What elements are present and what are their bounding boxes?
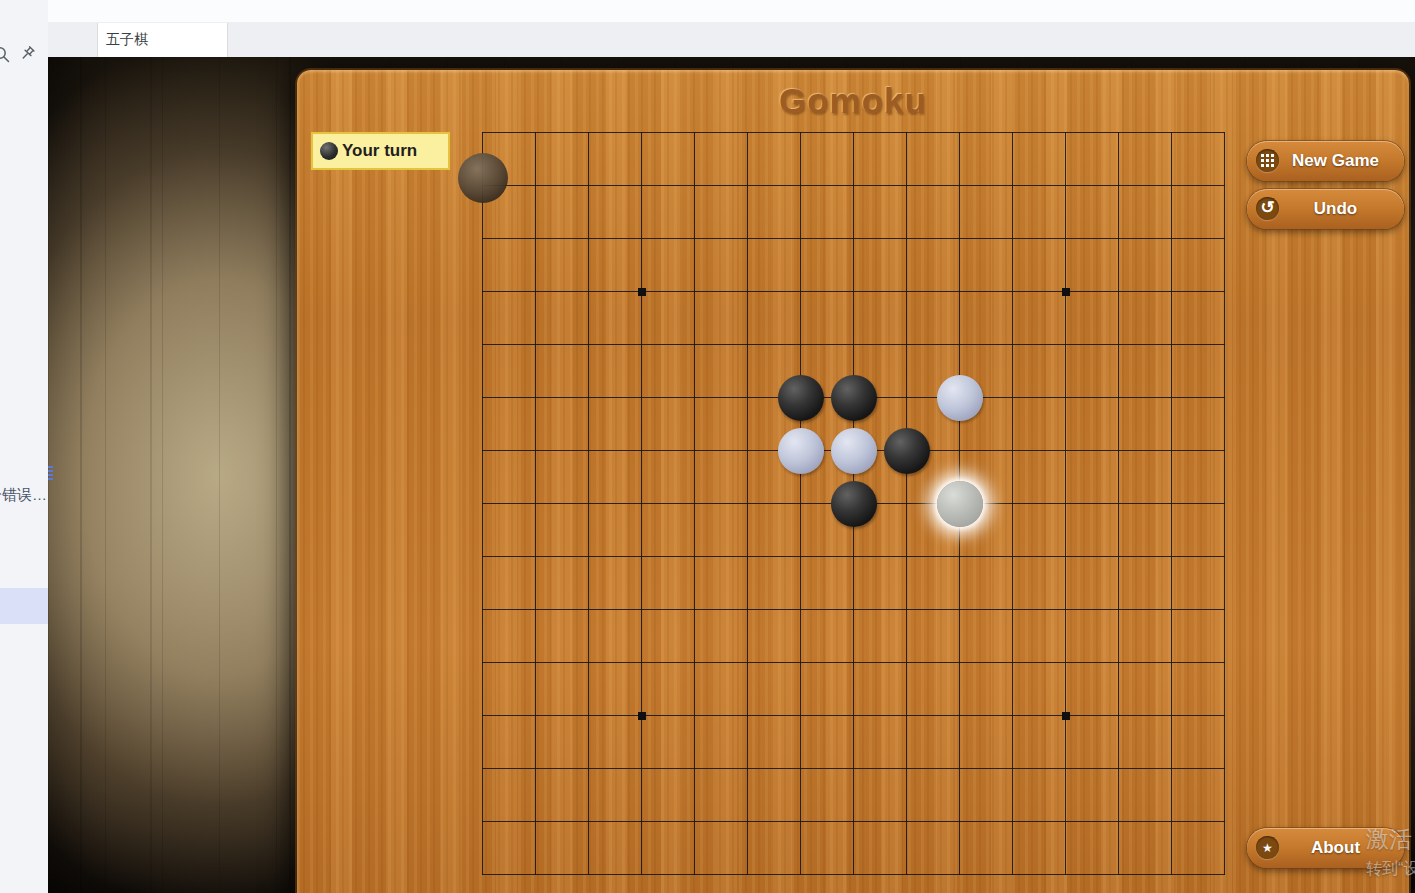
intersection-6-7[interactable]	[774, 477, 827, 530]
intersection-12-6[interactable]	[1092, 424, 1145, 477]
intersection-7-11[interactable]	[827, 689, 880, 742]
intersection-4-13[interactable]	[668, 795, 721, 848]
sidebar: 个错误…	[0, 0, 48, 893]
intersection-10-4[interactable]	[986, 318, 1039, 371]
intersection-14-9[interactable]	[1198, 583, 1251, 636]
intersection-11-9[interactable]	[1039, 583, 1092, 636]
intersection-8-7[interactable]	[880, 477, 933, 530]
intersection-5-14[interactable]	[721, 848, 774, 893]
intersection-0-8[interactable]	[456, 530, 509, 583]
white-stone	[778, 428, 824, 474]
intersection-3-11[interactable]	[615, 689, 668, 742]
intersection-5-7[interactable]	[721, 477, 774, 530]
intersection-7-10[interactable]	[827, 636, 880, 689]
intersection-9-7[interactable]	[933, 477, 986, 530]
undo-button[interactable]: ↺ Undo	[1247, 189, 1404, 229]
intersection-8-6[interactable]	[880, 424, 933, 477]
intersection-1-5[interactable]	[509, 371, 562, 424]
intersection-13-14[interactable]	[1145, 848, 1198, 893]
intersection-7-7[interactable]	[827, 477, 880, 530]
intersection-13-10[interactable]	[1145, 636, 1198, 689]
new-game-label: New Game	[1292, 151, 1379, 171]
intersection-5-8[interactable]	[721, 530, 774, 583]
intersection-6-2[interactable]	[774, 212, 827, 265]
intersection-6-1[interactable]	[774, 159, 827, 212]
intersection-3-3[interactable]	[615, 265, 668, 318]
intersection-7-8[interactable]	[827, 530, 880, 583]
star-icon: ★	[1256, 836, 1279, 859]
intersection-9-14[interactable]	[933, 848, 986, 893]
intersection-5-10[interactable]	[721, 636, 774, 689]
intersection-8-12[interactable]	[880, 742, 933, 795]
intersection-12-1[interactable]	[1092, 159, 1145, 212]
intersection-13-12[interactable]	[1145, 742, 1198, 795]
intersection-10-5[interactable]	[986, 371, 1039, 424]
black-stone	[884, 428, 930, 474]
tab-gomoku[interactable]: 五子棋	[97, 23, 228, 57]
intersection-3-1[interactable]	[615, 159, 668, 212]
intersection-9-12[interactable]	[933, 742, 986, 795]
intersection-0-11[interactable]	[456, 689, 509, 742]
intersection-3-12[interactable]	[615, 742, 668, 795]
intersection-5-3[interactable]	[721, 265, 774, 318]
intersection-7-12[interactable]	[827, 742, 880, 795]
star-point	[638, 712, 646, 720]
intersection-1-6[interactable]	[509, 424, 562, 477]
ghost-stone	[458, 153, 508, 203]
intersection-11-2[interactable]	[1039, 212, 1092, 265]
intersection-11-4[interactable]	[1039, 318, 1092, 371]
intersection-1-7[interactable]	[509, 477, 562, 530]
undo-icon: ↺	[1256, 197, 1279, 220]
intersection-14-14[interactable]	[1198, 848, 1251, 893]
intersection-12-9[interactable]	[1092, 583, 1145, 636]
intersection-5-11[interactable]	[721, 689, 774, 742]
intersection-14-8[interactable]	[1198, 530, 1251, 583]
intersection-13-9[interactable]	[1145, 583, 1198, 636]
intersection-0-1[interactable]	[456, 159, 509, 212]
intersection-5-0[interactable]	[721, 106, 774, 159]
intersection-11-7[interactable]	[1039, 477, 1092, 530]
intersection-14-6[interactable]	[1198, 424, 1251, 477]
intersection-3-4[interactable]	[615, 318, 668, 371]
intersection-14-0[interactable]	[1198, 106, 1251, 159]
intersection-14-11[interactable]	[1198, 689, 1251, 742]
intersection-3-14[interactable]	[615, 848, 668, 893]
intersection-11-14[interactable]	[1039, 848, 1092, 893]
intersection-1-10[interactable]	[509, 636, 562, 689]
intersection-10-7[interactable]	[986, 477, 1039, 530]
intersection-0-12[interactable]	[456, 742, 509, 795]
intersection-4-4[interactable]	[668, 318, 721, 371]
intersection-14-1[interactable]	[1198, 159, 1251, 212]
intersection-5-5[interactable]	[721, 371, 774, 424]
intersection-2-5[interactable]	[562, 371, 615, 424]
intersection-1-12[interactable]	[509, 742, 562, 795]
intersection-11-12[interactable]	[1039, 742, 1092, 795]
activation-watermark: 激活 转到“设	[1366, 824, 1415, 880]
intersection-2-12[interactable]	[562, 742, 615, 795]
intersection-1-9[interactable]	[509, 583, 562, 636]
intersection-14-12[interactable]	[1198, 742, 1251, 795]
intersection-3-8[interactable]	[615, 530, 668, 583]
intersection-2-10[interactable]	[562, 636, 615, 689]
intersection-0-14[interactable]	[456, 848, 509, 893]
search-icon[interactable]	[0, 45, 12, 65]
intersection-0-10[interactable]	[456, 636, 509, 689]
intersection-0-4[interactable]	[456, 318, 509, 371]
intersection-14-5[interactable]	[1198, 371, 1251, 424]
turn-indicator: Your turn	[311, 132, 450, 170]
intersection-14-10[interactable]	[1198, 636, 1251, 689]
intersection-4-9[interactable]	[668, 583, 721, 636]
intersection-9-13[interactable]	[933, 795, 986, 848]
intersection-8-0[interactable]	[880, 106, 933, 159]
tab-bar: 五子棋	[48, 22, 1415, 57]
turn-label: Your turn	[342, 141, 417, 161]
intersection-0-5[interactable]	[456, 371, 509, 424]
intersection-12-12[interactable]	[1092, 742, 1145, 795]
white-stone	[937, 375, 983, 421]
intersection-10-6[interactable]	[986, 424, 1039, 477]
intersection-7-0[interactable]	[827, 106, 880, 159]
intersection-10-10[interactable]	[986, 636, 1039, 689]
intersection-7-5[interactable]	[827, 371, 880, 424]
sidebar-selected-item[interactable]	[0, 588, 48, 624]
intersection-4-8[interactable]	[668, 530, 721, 583]
intersection-0-6[interactable]	[456, 424, 509, 477]
intersection-10-14[interactable]	[986, 848, 1039, 893]
intersection-8-9[interactable]	[880, 583, 933, 636]
intersection-6-3[interactable]	[774, 265, 827, 318]
intersection-11-5[interactable]	[1039, 371, 1092, 424]
intersection-9-6[interactable]	[933, 424, 986, 477]
intersection-9-5[interactable]	[933, 371, 986, 424]
intersection-9-11[interactable]	[933, 689, 986, 742]
intersection-12-5[interactable]	[1092, 371, 1145, 424]
intersection-1-13[interactable]	[509, 795, 562, 848]
intersection-12-3[interactable]	[1092, 265, 1145, 318]
intersection-3-13[interactable]	[615, 795, 668, 848]
watermark-line2: 转到“设	[1366, 859, 1415, 880]
board-grid	[456, 106, 1251, 893]
intersection-2-9[interactable]	[562, 583, 615, 636]
intersection-5-1[interactable]	[721, 159, 774, 212]
intersection-0-0[interactable]	[456, 106, 509, 159]
white-stone	[831, 428, 877, 474]
intersection-10-0[interactable]	[986, 106, 1039, 159]
white-stone-last-move	[937, 481, 983, 527]
intersection-9-0[interactable]	[933, 106, 986, 159]
intersection-5-12[interactable]	[721, 742, 774, 795]
intersection-0-9[interactable]	[456, 583, 509, 636]
intersection-4-5[interactable]	[668, 371, 721, 424]
intersection-12-8[interactable]	[1092, 530, 1145, 583]
intersection-10-11[interactable]	[986, 689, 1039, 742]
intersection-3-2[interactable]	[615, 212, 668, 265]
intersection-3-7[interactable]	[615, 477, 668, 530]
black-stone	[831, 481, 877, 527]
intersection-6-13[interactable]	[774, 795, 827, 848]
intersection-6-4[interactable]	[774, 318, 827, 371]
intersection-4-3[interactable]	[668, 265, 721, 318]
intersection-10-3[interactable]	[986, 265, 1039, 318]
intersection-4-0[interactable]	[668, 106, 721, 159]
intersection-2-4[interactable]	[562, 318, 615, 371]
app-window: 五子棋 个错误… Gomoku Your turn New Game ↺ Und…	[0, 0, 1415, 893]
intersection-11-8[interactable]	[1039, 530, 1092, 583]
intersection-9-2[interactable]	[933, 212, 986, 265]
star-point	[1062, 288, 1070, 296]
star-point	[1062, 712, 1070, 720]
intersection-9-3[interactable]	[933, 265, 986, 318]
intersection-2-14[interactable]	[562, 848, 615, 893]
intersection-0-2[interactable]	[456, 212, 509, 265]
intersection-3-10[interactable]	[615, 636, 668, 689]
intersection-4-2[interactable]	[668, 212, 721, 265]
intersection-1-4[interactable]	[509, 318, 562, 371]
intersection-6-0[interactable]	[774, 106, 827, 159]
intersection-2-0[interactable]	[562, 106, 615, 159]
intersection-12-7[interactable]	[1092, 477, 1145, 530]
intersection-9-8[interactable]	[933, 530, 986, 583]
intersection-11-0[interactable]	[1039, 106, 1092, 159]
intersection-4-14[interactable]	[668, 848, 721, 893]
intersection-13-11[interactable]	[1145, 689, 1198, 742]
intersection-1-8[interactable]	[509, 530, 562, 583]
intersection-7-1[interactable]	[827, 159, 880, 212]
intersection-1-14[interactable]	[509, 848, 562, 893]
intersection-10-13[interactable]	[986, 795, 1039, 848]
intersection-6-14[interactable]	[774, 848, 827, 893]
intersection-2-11[interactable]	[562, 689, 615, 742]
intersection-11-11[interactable]	[1039, 689, 1092, 742]
intersection-13-7[interactable]	[1145, 477, 1198, 530]
intersection-14-2[interactable]	[1198, 212, 1251, 265]
intersection-13-13[interactable]	[1145, 795, 1198, 848]
intersection-10-2[interactable]	[986, 212, 1039, 265]
intersection-2-6[interactable]	[562, 424, 615, 477]
intersection-7-14[interactable]	[827, 848, 880, 893]
intersection-8-11[interactable]	[880, 689, 933, 742]
intersection-13-3[interactable]	[1145, 265, 1198, 318]
intersection-1-1[interactable]	[509, 159, 562, 212]
error-text: 个错误…	[0, 486, 47, 503]
intersection-6-12[interactable]	[774, 742, 827, 795]
intersection-2-13[interactable]	[562, 795, 615, 848]
black-stone	[831, 375, 877, 421]
intersection-9-4[interactable]	[933, 318, 986, 371]
black-stone	[778, 375, 824, 421]
intersection-12-13[interactable]	[1092, 795, 1145, 848]
intersection-14-7[interactable]	[1198, 477, 1251, 530]
intersection-3-5[interactable]	[615, 371, 668, 424]
new-game-button[interactable]: New Game	[1247, 141, 1404, 181]
intersection-8-4[interactable]	[880, 318, 933, 371]
intersection-11-3[interactable]	[1039, 265, 1092, 318]
about-label: About	[1311, 838, 1360, 858]
watermark-line1: 激活	[1366, 824, 1415, 855]
intersection-5-2[interactable]	[721, 212, 774, 265]
intersection-2-7[interactable]	[562, 477, 615, 530]
intersection-4-6[interactable]	[668, 424, 721, 477]
intersection-13-5[interactable]	[1145, 371, 1198, 424]
intersection-6-11[interactable]	[774, 689, 827, 742]
intersection-7-2[interactable]	[827, 212, 880, 265]
star-point	[638, 288, 646, 296]
intersection-7-13[interactable]	[827, 795, 880, 848]
black-stone-icon	[320, 142, 338, 160]
intersection-6-6[interactable]	[774, 424, 827, 477]
intersection-7-9[interactable]	[827, 583, 880, 636]
splitter-handle[interactable]	[48, 466, 53, 480]
intersection-4-1[interactable]	[668, 159, 721, 212]
intersection-9-10[interactable]	[933, 636, 986, 689]
intersection-7-6[interactable]	[827, 424, 880, 477]
intersection-4-7[interactable]	[668, 477, 721, 530]
sidebar-error-item[interactable]: 个错误…	[0, 486, 48, 505]
intersection-8-5[interactable]	[880, 371, 933, 424]
intersection-0-3[interactable]	[456, 265, 509, 318]
intersection-6-10[interactable]	[774, 636, 827, 689]
intersection-13-0[interactable]	[1145, 106, 1198, 159]
intersection-14-13[interactable]	[1198, 795, 1251, 848]
intersection-0-7[interactable]	[456, 477, 509, 530]
intersection-1-2[interactable]	[509, 212, 562, 265]
intersection-8-10[interactable]	[880, 636, 933, 689]
intersection-11-13[interactable]	[1039, 795, 1092, 848]
tab-title: 五子棋	[106, 31, 148, 49]
intersection-12-11[interactable]	[1092, 689, 1145, 742]
intersection-7-3[interactable]	[827, 265, 880, 318]
intersection-4-10[interactable]	[668, 636, 721, 689]
intersection-13-6[interactable]	[1145, 424, 1198, 477]
intersection-2-8[interactable]	[562, 530, 615, 583]
intersection-14-4[interactable]	[1198, 318, 1251, 371]
intersection-6-9[interactable]	[774, 583, 827, 636]
intersection-13-4[interactable]	[1145, 318, 1198, 371]
intersection-3-0[interactable]	[615, 106, 668, 159]
intersection-13-1[interactable]	[1145, 159, 1198, 212]
window-top-strip	[48, 0, 1415, 22]
grid-icon	[1256, 149, 1279, 172]
intersection-11-10[interactable]	[1039, 636, 1092, 689]
intersection-7-4[interactable]	[827, 318, 880, 371]
intersection-3-6[interactable]	[615, 424, 668, 477]
undo-label: Undo	[1314, 199, 1357, 219]
intersection-5-6[interactable]	[721, 424, 774, 477]
intersection-4-11[interactable]	[668, 689, 721, 742]
intersection-6-8[interactable]	[774, 530, 827, 583]
intersection-12-0[interactable]	[1092, 106, 1145, 159]
intersection-13-2[interactable]	[1145, 212, 1198, 265]
intersection-11-1[interactable]	[1039, 159, 1092, 212]
intersection-1-11[interactable]	[509, 689, 562, 742]
intersection-13-8[interactable]	[1145, 530, 1198, 583]
intersection-14-3[interactable]	[1198, 265, 1251, 318]
intersection-2-3[interactable]	[562, 265, 615, 318]
intersection-2-1[interactable]	[562, 159, 615, 212]
intersection-5-4[interactable]	[721, 318, 774, 371]
intersection-10-9[interactable]	[986, 583, 1039, 636]
intersection-12-4[interactable]	[1092, 318, 1145, 371]
intersection-8-13[interactable]	[880, 795, 933, 848]
intersection-8-1[interactable]	[880, 159, 933, 212]
intersection-8-8[interactable]	[880, 530, 933, 583]
intersection-4-12[interactable]	[668, 742, 721, 795]
intersection-0-13[interactable]	[456, 795, 509, 848]
intersection-12-10[interactable]	[1092, 636, 1145, 689]
intersection-11-6[interactable]	[1039, 424, 1092, 477]
intersection-8-3[interactable]	[880, 265, 933, 318]
intersection-3-9[interactable]	[615, 583, 668, 636]
intersection-10-1[interactable]	[986, 159, 1039, 212]
intersection-6-5[interactable]	[774, 371, 827, 424]
intersection-2-2[interactable]	[562, 212, 615, 265]
intersection-5-13[interactable]	[721, 795, 774, 848]
intersection-9-1[interactable]	[933, 159, 986, 212]
intersection-12-14[interactable]	[1092, 848, 1145, 893]
intersection-8-14[interactable]	[880, 848, 933, 893]
intersection-10-12[interactable]	[986, 742, 1039, 795]
intersection-10-8[interactable]	[986, 530, 1039, 583]
intersection-9-9[interactable]	[933, 583, 986, 636]
intersection-1-0[interactable]	[509, 106, 562, 159]
pin-icon[interactable]	[17, 44, 37, 64]
intersection-8-2[interactable]	[880, 212, 933, 265]
intersection-5-9[interactable]	[721, 583, 774, 636]
intersection-1-3[interactable]	[509, 265, 562, 318]
intersection-12-2[interactable]	[1092, 212, 1145, 265]
